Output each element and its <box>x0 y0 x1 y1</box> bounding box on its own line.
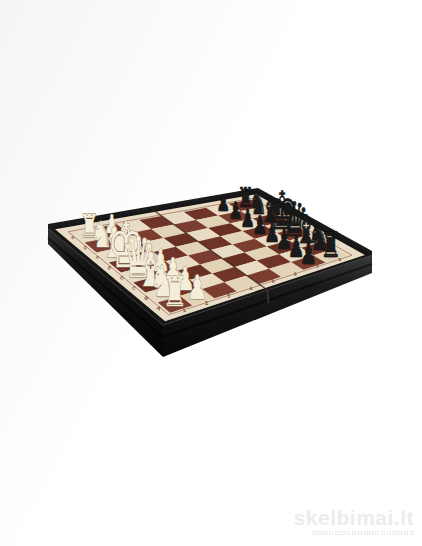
watermark-squares <box>294 531 414 535</box>
watermark-square <box>369 531 373 535</box>
piece-black-pawn-a7: ♟ <box>299 237 317 271</box>
watermark-square <box>387 531 391 535</box>
watermark-square <box>392 531 396 535</box>
watermark-square <box>317 531 321 535</box>
watermark-square <box>329 531 333 535</box>
watermark: skelbimai.lt <box>294 507 414 535</box>
watermark-square <box>358 531 362 535</box>
piece-white-rook-a1: ♜ <box>162 268 187 316</box>
watermark-square <box>364 531 368 535</box>
watermark-square <box>375 531 379 535</box>
watermark-square <box>352 531 356 535</box>
watermark-square <box>323 531 327 535</box>
watermark-square <box>410 531 414 535</box>
watermark-text: skelbimai.lt <box>294 507 414 528</box>
watermark-square <box>312 531 316 535</box>
product-photo: HGFEDCBA12345678♜♟♞♟♝♟♚♟♟♛♜♟♟♝♞♟♞♟♟♝♜♟♟♚… <box>0 0 422 546</box>
chess-board: HGFEDCBA12345678♜♟♞♟♝♟♚♟♟♛♜♟♟♝♞♟♞♟♟♝♜♟♟♚… <box>0 0 422 546</box>
watermark-square <box>398 531 402 535</box>
watermark-square <box>381 531 385 535</box>
watermark-square <box>335 531 339 535</box>
watermark-square <box>404 531 408 535</box>
case-fold-seam <box>268 291 269 303</box>
watermark-square <box>340 531 344 535</box>
watermark-square <box>346 531 350 535</box>
piece-black-rook-a8: ♜ <box>320 225 341 266</box>
piece-white-pawn-a2: ♟ <box>187 268 207 308</box>
